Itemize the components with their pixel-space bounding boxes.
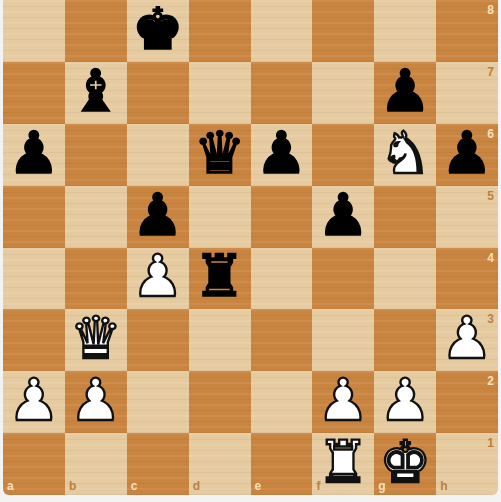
square-d6[interactable]: ♛ (189, 124, 251, 186)
file-label-h: h (440, 480, 447, 492)
square-b6[interactable] (65, 124, 127, 186)
square-e1[interactable]: e (251, 433, 313, 495)
square-e4[interactable] (251, 248, 313, 310)
square-a6[interactable]: ♟ (3, 124, 65, 186)
square-h8[interactable]: 8 (436, 0, 498, 62)
piece-white-pawn-b2[interactable]: ♟ (70, 371, 122, 429)
square-d3[interactable] (189, 309, 251, 371)
square-h7[interactable]: 7 (436, 62, 498, 124)
square-c8[interactable]: ♚ (127, 0, 189, 62)
page: { "game": "chess", "position": { "fen": … (0, 0, 501, 502)
square-h5[interactable]: 5 (436, 186, 498, 248)
square-a4[interactable] (3, 248, 65, 310)
square-f8[interactable] (312, 0, 374, 62)
square-e6[interactable]: ♟ (251, 124, 313, 186)
square-b1[interactable]: b (65, 433, 127, 495)
square-g3[interactable] (374, 309, 436, 371)
square-a7[interactable] (3, 62, 65, 124)
rank-label-6: 6 (487, 128, 494, 140)
file-label-d: d (193, 480, 200, 492)
square-e7[interactable] (251, 62, 313, 124)
file-label-e: e (255, 480, 262, 492)
square-e2[interactable] (251, 371, 313, 433)
square-b8[interactable] (65, 0, 127, 62)
square-d8[interactable] (189, 0, 251, 62)
rank-label-8: 8 (487, 4, 494, 16)
square-h1[interactable]: 1h (436, 433, 498, 495)
square-h3[interactable]: ♟3 (436, 309, 498, 371)
square-h4[interactable]: 4 (436, 248, 498, 310)
piece-black-rook-d4[interactable]: ♜ (194, 248, 246, 306)
rank-label-3: 3 (487, 313, 494, 325)
square-a5[interactable] (3, 186, 65, 248)
square-g8[interactable] (374, 0, 436, 62)
piece-white-king-g1[interactable]: ♚ (379, 433, 431, 491)
square-h2[interactable]: 2 (436, 371, 498, 433)
piece-white-knight-g6[interactable]: ♞ (379, 124, 431, 182)
square-b5[interactable] (65, 186, 127, 248)
square-d7[interactable] (189, 62, 251, 124)
square-c2[interactable] (127, 371, 189, 433)
file-label-g: g (378, 480, 385, 492)
piece-black-bishop-b7[interactable]: ♝ (70, 62, 122, 120)
piece-white-pawn-g2[interactable]: ♟ (379, 371, 431, 429)
rank-label-4: 4 (487, 252, 494, 264)
piece-black-queen-d6[interactable]: ♛ (194, 124, 246, 182)
square-f4[interactable] (312, 248, 374, 310)
rank-label-5: 5 (487, 190, 494, 202)
piece-black-king-c8[interactable]: ♚ (132, 0, 184, 58)
square-a1[interactable]: a (3, 433, 65, 495)
piece-black-pawn-f5[interactable]: ♟ (317, 186, 369, 244)
square-b2[interactable]: ♟ (65, 371, 127, 433)
piece-white-pawn-f2[interactable]: ♟ (317, 371, 369, 429)
square-g5[interactable] (374, 186, 436, 248)
square-c4[interactable]: ♟ (127, 248, 189, 310)
square-f5[interactable]: ♟ (312, 186, 374, 248)
piece-black-pawn-e6[interactable]: ♟ (255, 124, 307, 182)
file-label-b: b (69, 480, 76, 492)
piece-black-pawn-g7[interactable]: ♟ (379, 62, 431, 120)
square-g7[interactable]: ♟ (374, 62, 436, 124)
square-g6[interactable]: ♞ (374, 124, 436, 186)
file-label-a: a (7, 480, 14, 492)
square-e8[interactable] (251, 0, 313, 62)
square-e3[interactable] (251, 309, 313, 371)
rank-label-1: 1 (487, 437, 494, 449)
rank-label-7: 7 (487, 66, 494, 78)
square-c3[interactable] (127, 309, 189, 371)
square-b3[interactable]: ♛ (65, 309, 127, 371)
square-h6[interactable]: ♟6 (436, 124, 498, 186)
square-f7[interactable] (312, 62, 374, 124)
square-d4[interactable]: ♜ (189, 248, 251, 310)
piece-white-queen-b3[interactable]: ♛ (70, 309, 122, 367)
square-e5[interactable] (251, 186, 313, 248)
square-d1[interactable]: d (189, 433, 251, 495)
square-f3[interactable] (312, 309, 374, 371)
piece-white-pawn-h3[interactable]: ♟ (441, 309, 493, 367)
rank-label-2: 2 (487, 375, 494, 387)
square-g4[interactable] (374, 248, 436, 310)
piece-white-rook-f1[interactable]: ♜ (317, 433, 369, 491)
chess-board: ♚8♝♟7♟♛♟♞♟6♟♟5♟♜4♛♟3♟♟♟♟2abcde♜f♚g1h (3, 0, 498, 495)
square-c6[interactable] (127, 124, 189, 186)
file-label-c: c (131, 480, 138, 492)
piece-black-pawn-h6[interactable]: ♟ (441, 124, 493, 182)
piece-white-pawn-c4[interactable]: ♟ (132, 248, 184, 306)
square-b7[interactable]: ♝ (65, 62, 127, 124)
piece-black-pawn-a6[interactable]: ♟ (8, 124, 60, 182)
square-f2[interactable]: ♟ (312, 371, 374, 433)
file-label-f: f (316, 480, 320, 492)
square-d5[interactable] (189, 186, 251, 248)
piece-black-pawn-c5[interactable]: ♟ (132, 186, 184, 244)
square-c7[interactable] (127, 62, 189, 124)
square-b4[interactable] (65, 248, 127, 310)
square-g2[interactable]: ♟ (374, 371, 436, 433)
piece-white-pawn-a2[interactable]: ♟ (8, 371, 60, 429)
square-d2[interactable] (189, 371, 251, 433)
square-a3[interactable] (3, 309, 65, 371)
square-f6[interactable] (312, 124, 374, 186)
square-f1[interactable]: ♜f (312, 433, 374, 495)
square-a8[interactable] (3, 0, 65, 62)
square-a2[interactable]: ♟ (3, 371, 65, 433)
square-c1[interactable]: c (127, 433, 189, 495)
square-c5[interactable]: ♟ (127, 186, 189, 248)
square-g1[interactable]: ♚g (374, 433, 436, 495)
